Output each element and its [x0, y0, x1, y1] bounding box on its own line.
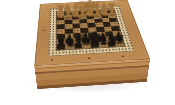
piece-dark-rook: ♜ — [46, 37, 77, 49]
board-square: ♜ — [57, 44, 66, 50]
product-photo-canvas: ♜♞♝♛♚♝♞♜♟♟♟♟♟♟♟♟♟♟♟♟♟♟♟♟♜♞♝♛♚♝♞♜ — [0, 0, 175, 105]
pin-hole-icon — [43, 30, 45, 31]
board-lid: ♜♞♝♛♚♝♞♜♟♟♟♟♟♟♟♟♟♟♟♟♟♟♟♟♜♞♝♛♚♝♞♜ — [34, 0, 150, 66]
chess-board: ♜♞♝♛♚♝♞♜♟♟♟♟♟♟♟♟♟♟♟♟♟♟♟♟♜♞♝♛♚♝♞♜ — [57, 9, 125, 49]
wooden-chess-box: ♜♞♝♛♚♝♞♜♟♟♟♟♟♟♟♟♟♟♟♟♟♟♟♟♜♞♝♛♚♝♞♜ — [34, 0, 150, 66]
chess-box-scene: ♜♞♝♛♚♝♞♜♟♟♟♟♟♟♟♟♟♟♟♟♟♟♟♟♜♞♝♛♚♝♞♜ — [38, 0, 138, 78]
piece-light-pawn: ♟ — [46, 10, 76, 20]
pin-hole-icon — [88, 58, 90, 60]
pin-hole-icon — [51, 59, 53, 61]
pin-hole-icon — [122, 56, 124, 58]
